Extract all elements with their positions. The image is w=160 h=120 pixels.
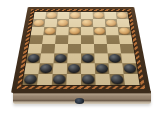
board-square[interactable]: [105, 27, 118, 35]
board-square[interactable]: ⛂: [38, 63, 53, 74]
board-square[interactable]: ⛂: [26, 53, 41, 63]
checker-piece-light[interactable]: ⛀: [44, 28, 55, 35]
board-square[interactable]: ⛀: [68, 27, 81, 35]
board-square[interactable]: ⛀: [81, 19, 93, 27]
board-square[interactable]: [31, 27, 45, 35]
board-grid: ⛀⛀⛀⛀⛀⛀⛀⛀⛀⛀⛀⛀⛂⛂⛂⛂⛂⛂⛂⛂⛂⛂⛂⛂: [22, 12, 139, 85]
board-square[interactable]: [67, 53, 81, 63]
board-square[interactable]: [109, 63, 124, 74]
board-square[interactable]: [53, 63, 68, 74]
board-square[interactable]: ⛀: [93, 12, 105, 19]
checker-piece-light[interactable]: ⛀: [33, 20, 44, 27]
board-square[interactable]: [68, 35, 81, 44]
checker-piece-light[interactable]: ⛀: [106, 20, 117, 27]
board-square[interactable]: ⛀: [93, 27, 106, 35]
board-square[interactable]: [37, 74, 53, 85]
board-square[interactable]: ⛂: [122, 63, 138, 74]
checker-piece-dark[interactable]: ⛂: [68, 64, 80, 73]
board-square[interactable]: [68, 44, 81, 53]
board-square[interactable]: [124, 74, 140, 85]
checker-piece-dark[interactable]: ⛂: [109, 54, 122, 63]
board-square[interactable]: [107, 44, 121, 53]
board-square[interactable]: [24, 63, 40, 74]
board-square[interactable]: ⛀: [57, 19, 70, 27]
board-square[interactable]: [81, 63, 95, 74]
board-square[interactable]: [66, 74, 81, 85]
board-square[interactable]: [119, 35, 133, 44]
checker-piece-dark[interactable]: ⛂: [53, 75, 66, 85]
board-square[interactable]: [94, 35, 107, 44]
board-square[interactable]: [42, 35, 56, 44]
board-square[interactable]: [44, 19, 57, 27]
board-square[interactable]: ⛀: [45, 12, 58, 19]
board-square[interactable]: ⛂: [52, 74, 67, 85]
checker-piece-dark[interactable]: ⛂: [82, 75, 95, 85]
checker-piece-dark[interactable]: ⛂: [23, 75, 37, 85]
board-square[interactable]: ⛀: [118, 27, 132, 35]
checker-piece-dark[interactable]: ⛂: [39, 64, 52, 73]
checker-piece-light[interactable]: ⛀: [46, 12, 57, 18]
board-square[interactable]: ⛂: [109, 74, 125, 85]
checker-piece-light[interactable]: ⛀: [69, 28, 80, 35]
board-square[interactable]: [81, 27, 94, 35]
checker-piece-dark[interactable]: ⛂: [82, 54, 94, 63]
checker-piece-light[interactable]: ⛀: [94, 28, 105, 35]
board-frame: ⛀⛀⛀⛀⛀⛀⛀⛀⛀⛀⛀⛀⛂⛂⛂⛂⛂⛂⛂⛂⛂⛂⛂⛂: [11, 7, 151, 93]
board-square[interactable]: [55, 35, 68, 44]
board-square[interactable]: [94, 44, 108, 53]
photo-background: ⛀⛀⛀⛀⛀⛀⛀⛀⛀⛀⛀⛀⛂⛂⛂⛂⛂⛂⛂⛂⛂⛂⛂⛂: [0, 0, 160, 120]
checker-piece-light[interactable]: ⛀: [82, 20, 93, 27]
board-square[interactable]: [69, 19, 81, 27]
board-square[interactable]: ⛂: [95, 63, 110, 74]
board-square[interactable]: ⛂: [81, 74, 96, 85]
board-square[interactable]: ⛂: [67, 63, 81, 74]
board-square[interactable]: [81, 35, 94, 44]
checker-piece-light[interactable]: ⛀: [119, 28, 131, 35]
board-inner-edge: ⛀⛀⛀⛀⛀⛀⛀⛀⛀⛀⛀⛀⛂⛂⛂⛂⛂⛂⛂⛂⛂⛂⛂⛂: [21, 11, 141, 86]
checker-piece-dark[interactable]: ⛂: [110, 75, 123, 85]
board-square[interactable]: [121, 53, 136, 63]
board-square[interactable]: [94, 53, 108, 63]
board-square[interactable]: [33, 12, 46, 19]
board-square[interactable]: [81, 12, 93, 19]
board-square[interactable]: [29, 35, 43, 44]
checker-piece-light[interactable]: ⛀: [70, 12, 80, 18]
checker-piece-light[interactable]: ⛀: [93, 12, 103, 18]
board-square[interactable]: ⛂: [53, 53, 67, 63]
checker-piece-dark[interactable]: ⛂: [123, 64, 136, 73]
board-square[interactable]: ⛀: [43, 27, 56, 35]
board-square[interactable]: [56, 27, 69, 35]
checker-piece-light[interactable]: ⛀: [117, 12, 128, 18]
board-square[interactable]: ⛀: [69, 12, 81, 19]
board-square[interactable]: ⛀: [32, 19, 45, 27]
checkers-board: ⛀⛀⛀⛀⛀⛀⛀⛀⛀⛀⛀⛀⛂⛂⛂⛂⛂⛂⛂⛂⛂⛂⛂⛂: [11, 7, 151, 93]
checker-piece-dark[interactable]: ⛂: [27, 54, 40, 63]
board-square[interactable]: ⛀: [116, 12, 129, 19]
board-square[interactable]: [106, 35, 120, 44]
checker-piece-dark[interactable]: ⛂: [96, 64, 109, 73]
board-square[interactable]: [81, 44, 94, 53]
board-square[interactable]: [104, 12, 117, 19]
board-square[interactable]: ⛀: [105, 19, 118, 27]
board-square[interactable]: [117, 19, 130, 27]
checker-piece-light[interactable]: ⛀: [57, 20, 68, 27]
checker-piece-dark[interactable]: ⛂: [55, 54, 67, 63]
board-square[interactable]: ⛂: [81, 53, 95, 63]
board-square[interactable]: [93, 19, 106, 27]
drawer-knob[interactable]: [75, 98, 84, 104]
board-square[interactable]: [57, 12, 69, 19]
board-square[interactable]: ⛂: [22, 74, 38, 85]
board-square[interactable]: [41, 44, 55, 53]
board-square[interactable]: [54, 44, 68, 53]
board-square[interactable]: [120, 44, 135, 53]
board-square[interactable]: [28, 44, 43, 53]
board-square[interactable]: [40, 53, 55, 63]
board-inlay-border: ⛀⛀⛀⛀⛀⛀⛀⛀⛀⛀⛀⛀⛂⛂⛂⛂⛂⛂⛂⛂⛂⛂⛂⛂: [17, 9, 146, 89]
board-square[interactable]: [95, 74, 110, 85]
board-square[interactable]: ⛂: [108, 53, 123, 63]
